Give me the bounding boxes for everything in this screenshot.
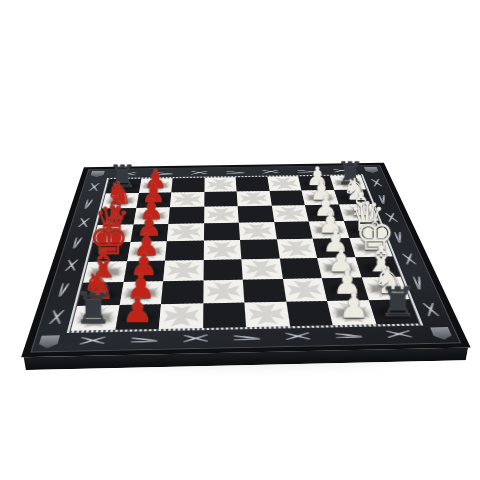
lance-icon (154, 171, 173, 176)
board-ornate-frame: ♜♟♟♜♞♟♟♞♝♟♟♝♛♟♟♛♚♟♟♚♝♟♟♝♞♟♟♞♜♟♟♜ (30, 165, 461, 352)
white-rook[interactable]: ♜ (375, 283, 418, 322)
maltese-cross-motif (170, 225, 200, 240)
crossed-swords-icon (261, 169, 280, 174)
square-r4-c5[interactable] (239, 222, 277, 240)
square-r7-c6[interactable] (282, 278, 327, 301)
chess-board: ♜♟♟♜♞♟♟♞♝♟♟♝♛♟♟♛♚♟♟♚♝♟♟♝♞♟♟♞♜♟♟♜ (21, 163, 470, 357)
maltese-cross-motif (286, 280, 323, 299)
maltese-cross-motif (248, 304, 285, 325)
maltese-cross-motif (240, 192, 269, 205)
square-r8-c1[interactable]: ♜ (71, 305, 119, 331)
crossed-swords-icon (118, 171, 138, 176)
square-r8-c6[interactable] (286, 301, 333, 327)
square-r8-c2[interactable]: ♟ (115, 304, 161, 330)
square-r1-c3[interactable] (171, 178, 204, 193)
square-r6-c3[interactable] (163, 260, 203, 282)
maltese-cross-motif (245, 260, 279, 278)
product-photo-scene: ♜♟♟♜♞♟♟♞♝♟♟♝♛♟♟♛♚♟♟♚♝♟♟♝♞♟♟♞♜♟♟♜ (0, 0, 480, 480)
square-r3-c6[interactable] (271, 205, 308, 222)
maltese-cross-motif (207, 282, 241, 301)
square-r8-c3[interactable] (159, 303, 203, 329)
red-rook[interactable]: ♜ (71, 289, 115, 329)
maltese-cross-motif (207, 208, 236, 222)
corner-shield-icon (90, 171, 105, 177)
square-r8-c5[interactable] (244, 301, 289, 327)
square-r2-c4[interactable] (204, 191, 238, 207)
square-r7-c4[interactable] (203, 280, 245, 303)
square-r7-c3[interactable] (161, 280, 203, 303)
square-r4-c6[interactable] (274, 221, 313, 239)
square-r3-c3[interactable] (168, 207, 203, 224)
crossed-swords-icon (420, 302, 442, 317)
corner-shield-icon (430, 327, 453, 340)
corner-shield-icon (38, 335, 60, 348)
playing-field: ♜♟♟♜♞♟♟♞♝♟♟♝♛♟♟♛♚♟♟♚♝♟♟♝♞♟♟♞♜♟♟♜ (71, 175, 419, 330)
crossed-swords-icon (332, 168, 352, 173)
maltese-cross-motif (242, 223, 273, 238)
maltese-cross-motif (275, 207, 306, 221)
square-r2-c5[interactable] (237, 191, 272, 207)
square-r6-c4[interactable] (203, 259, 243, 280)
silver-rope-trim: ♜♟♟♜♞♟♟♞♝♟♟♝♛♟♟♛♚♟♟♚♝♟♟♝♞♟♟♞♜♟♟♜ (67, 174, 424, 333)
lance-icon (233, 332, 260, 343)
red-pawn[interactable]: ♟ (115, 295, 159, 328)
square-r1-c5[interactable] (236, 177, 269, 191)
square-r2-c6[interactable] (269, 190, 305, 206)
square-r1-c4[interactable] (204, 177, 237, 192)
square-r5-c4[interactable] (203, 240, 241, 260)
crossed-swords-icon (369, 178, 385, 187)
crossed-swords-icon (182, 333, 209, 344)
crossed-swords-icon (284, 331, 312, 342)
crossed-swords-icon (87, 183, 102, 192)
square-r5-c5[interactable] (240, 239, 279, 259)
maltese-cross-motif (270, 178, 298, 190)
square-r3-c4[interactable] (204, 206, 239, 223)
square-r3-c5[interactable] (238, 206, 274, 223)
crossed-swords-icon (78, 335, 107, 346)
square-r5-c3[interactable] (165, 241, 203, 261)
lance-icon (226, 169, 245, 174)
white-pawn[interactable]: ♟ (332, 291, 375, 324)
maltese-cross-motif (173, 193, 201, 206)
crossed-swords-icon (384, 329, 414, 340)
square-r4-c4[interactable] (203, 222, 240, 240)
square-r6-c5[interactable] (241, 258, 282, 279)
square-r8-c8[interactable]: ♜ (368, 299, 419, 324)
crossed-swords-icon (190, 170, 209, 175)
maltese-cross-motif (207, 178, 234, 190)
square-r8-c4[interactable] (202, 302, 246, 328)
crossed-swords-icon (46, 309, 67, 324)
maltese-cross-motif (167, 262, 200, 280)
maltese-cross-motif (207, 242, 238, 258)
lance-icon (130, 334, 158, 345)
lance-icon (296, 168, 316, 173)
board-outer-rim: ♜♟♟♜♞♟♟♞♝♟♟♝♛♟♟♛♚♟♟♚♝♟♟♝♞♟♟♞♜♟♟♜ (21, 163, 470, 357)
lance-icon (334, 330, 363, 341)
square-r2-c3[interactable] (170, 192, 204, 208)
square-r8-c7[interactable]: ♟ (327, 300, 376, 325)
square-r5-c6[interactable] (276, 239, 317, 259)
lance-icon (375, 195, 392, 204)
square-r7-c5[interactable] (243, 279, 286, 302)
square-r1-c6[interactable] (267, 176, 302, 190)
square-r4-c3[interactable] (167, 223, 204, 241)
maltese-cross-motif (280, 240, 313, 256)
square-r6-c6[interactable] (279, 258, 322, 279)
maltese-cross-motif (163, 305, 199, 326)
